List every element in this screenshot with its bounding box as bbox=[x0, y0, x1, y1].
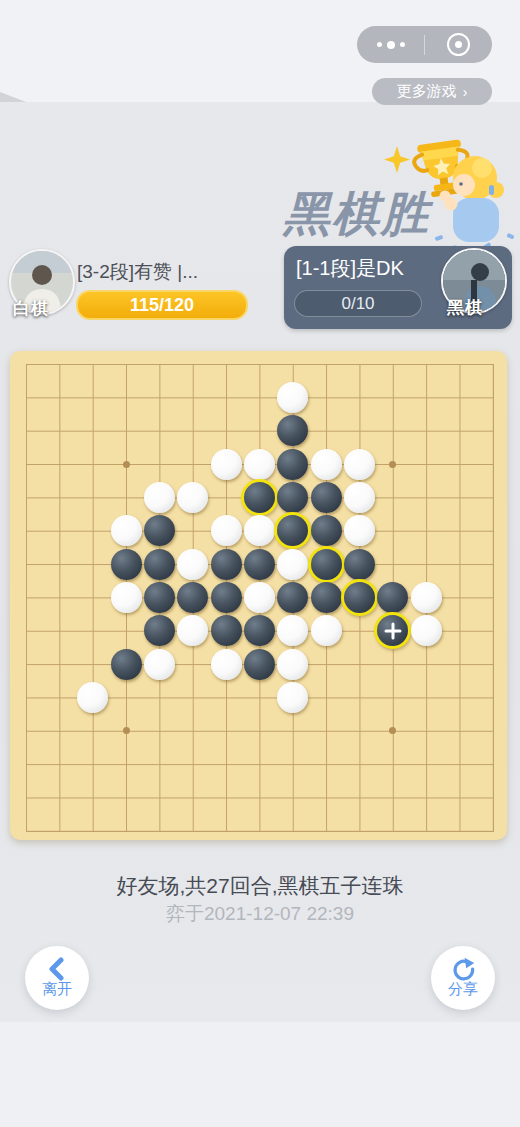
stone-white bbox=[311, 615, 342, 646]
stone-black bbox=[344, 549, 375, 580]
chevron-right-icon: › bbox=[463, 85, 468, 99]
stone-black bbox=[144, 549, 175, 580]
white-player-name: [3-2段]有赞 |... bbox=[77, 259, 262, 285]
stone-black bbox=[211, 615, 242, 646]
match-summary: 好友场,共27回合,黑棋五子连珠 bbox=[0, 872, 520, 900]
stone-white bbox=[144, 482, 175, 513]
back-chevron-icon bbox=[46, 957, 68, 981]
stone-white bbox=[244, 582, 275, 613]
stone-black bbox=[111, 549, 142, 580]
stone-white bbox=[277, 682, 308, 713]
sparkle-icon bbox=[384, 146, 410, 173]
share-label: 分享 bbox=[448, 980, 478, 999]
black-side-label: 黑棋 bbox=[447, 296, 483, 319]
last-move-marker bbox=[384, 622, 401, 639]
stone-black bbox=[211, 549, 242, 580]
white-player-score: 115/120 bbox=[76, 290, 248, 320]
star-point bbox=[123, 727, 130, 734]
stone-white bbox=[344, 449, 375, 480]
stone-white bbox=[211, 649, 242, 680]
stone-white bbox=[344, 515, 375, 546]
stone-black bbox=[311, 515, 342, 546]
stone-white bbox=[77, 682, 108, 713]
stone-black bbox=[311, 482, 342, 513]
stone-white bbox=[211, 515, 242, 546]
black-player-name: [1-1段]是DK bbox=[296, 255, 404, 282]
corner-decoration bbox=[0, 92, 26, 102]
more-games-label: 更多游戏 bbox=[397, 82, 457, 101]
miniprogram-capsule bbox=[357, 26, 492, 63]
stone-white bbox=[144, 649, 175, 680]
leave-button[interactable]: 离开 bbox=[25, 946, 89, 1010]
stone-black bbox=[144, 515, 175, 546]
stone-black bbox=[277, 515, 308, 546]
ellipsis-icon bbox=[377, 41, 405, 49]
stone-white bbox=[411, 582, 442, 613]
star-point bbox=[389, 727, 396, 734]
stone-black bbox=[144, 615, 175, 646]
stone-black bbox=[177, 582, 208, 613]
stone-white bbox=[177, 549, 208, 580]
share-icon bbox=[450, 957, 476, 981]
stone-white bbox=[244, 449, 275, 480]
stone-white bbox=[244, 515, 275, 546]
stone-black bbox=[311, 582, 342, 613]
board-grid bbox=[26, 364, 494, 832]
gomoku-board bbox=[10, 351, 507, 840]
stone-black bbox=[244, 649, 275, 680]
stone-white bbox=[411, 615, 442, 646]
stone-white bbox=[277, 382, 308, 413]
stone-black bbox=[144, 582, 175, 613]
stone-white bbox=[111, 515, 142, 546]
bottom-background bbox=[0, 1022, 520, 1127]
star-point bbox=[123, 461, 130, 468]
stone-black bbox=[377, 615, 408, 646]
stone-black bbox=[377, 582, 408, 613]
stone-black bbox=[277, 449, 308, 480]
black-player-score: 0/10 bbox=[294, 290, 422, 317]
stone-white bbox=[277, 649, 308, 680]
stone-black bbox=[277, 415, 308, 446]
stone-black bbox=[244, 615, 275, 646]
stone-white bbox=[311, 449, 342, 480]
close-target-icon bbox=[447, 33, 470, 56]
stone-white bbox=[177, 482, 208, 513]
stone-white bbox=[177, 615, 208, 646]
stone-white bbox=[211, 449, 242, 480]
stone-black bbox=[244, 482, 275, 513]
star-point bbox=[389, 461, 396, 468]
stone-white bbox=[277, 549, 308, 580]
stone-white bbox=[111, 582, 142, 613]
stone-white bbox=[344, 482, 375, 513]
stone-black bbox=[277, 582, 308, 613]
leave-label: 离开 bbox=[42, 980, 72, 999]
more-menu-button[interactable] bbox=[357, 26, 424, 63]
stone-black bbox=[244, 549, 275, 580]
app-screen: 更多游戏 › 黑棋胜 bbox=[0, 0, 520, 1127]
white-side-label: 白棋 bbox=[13, 297, 49, 320]
stone-white bbox=[277, 615, 308, 646]
exit-button[interactable] bbox=[425, 26, 492, 63]
stone-black bbox=[311, 549, 342, 580]
stone-black bbox=[277, 482, 308, 513]
stone-black bbox=[344, 582, 375, 613]
share-button[interactable]: 分享 bbox=[431, 946, 495, 1010]
match-date: 弈于2021-12-07 22:39 bbox=[0, 901, 520, 927]
stone-black bbox=[211, 582, 242, 613]
more-games-button[interactable]: 更多游戏 › bbox=[372, 78, 492, 105]
stone-black bbox=[111, 649, 142, 680]
victory-illustration bbox=[383, 138, 520, 256]
